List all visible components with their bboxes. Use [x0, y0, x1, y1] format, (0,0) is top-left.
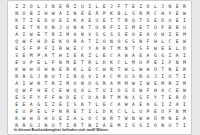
grid-cell-r17c9: A — [71, 115, 78, 122]
grid-cell-r10c24: R — [181, 66, 188, 73]
grid-cell-r8c4: P — [35, 52, 42, 59]
grid-cell-r8c24: I — [181, 52, 188, 59]
grid-cell-r15c11: T — [86, 101, 93, 108]
grid-cell-r12c9: O — [71, 80, 78, 87]
grid-cell-r13c23: E — [174, 87, 181, 94]
grid-cell-r11c13: A — [101, 73, 108, 80]
grid-cell-r8c20: G — [152, 52, 159, 59]
grid-cell-r1c15: F — [115, 3, 122, 10]
grid-cell-r13c18: W — [137, 87, 144, 94]
grid-cell-r6c8: O — [64, 38, 71, 45]
grid-cell-r14c7: W — [57, 94, 64, 101]
grid-cell-r12c11: O — [86, 80, 93, 87]
grid-cell-r16c14: K — [108, 108, 115, 115]
grid-cell-r1c22: N — [166, 3, 173, 10]
grid-cell-r9c15: C — [115, 59, 122, 66]
grid-cell-r4c1: E — [13, 24, 20, 31]
grid-cell-r1c7: E — [57, 3, 64, 10]
grid-cell-r15c10: K — [79, 101, 86, 108]
grid-cell-r6c18: N — [137, 38, 144, 45]
grid-cell-r4c9: N — [71, 24, 78, 31]
grid-cell-r8c18: E — [137, 52, 144, 59]
grid-cell-r9c1: E — [13, 59, 20, 66]
grid-cell-r14c1: E — [13, 94, 20, 101]
grid-cell-r5c1: A — [13, 31, 20, 38]
grid-cell-r10c2: W — [20, 66, 27, 73]
grid-cell-r17c1: K — [13, 115, 20, 122]
grid-cell-r15c12: L — [93, 101, 100, 108]
grid-cell-r7c21: E — [159, 45, 166, 52]
grid-cell-r2c24: W — [181, 10, 188, 17]
grid-cell-r4c23: B — [174, 24, 181, 31]
grid-cell-r8c15: A — [115, 52, 122, 59]
grid-cell-r3c8: I — [64, 17, 71, 24]
grid-cell-r3c12: U — [93, 17, 100, 24]
grid-cell-r8c8: I — [64, 52, 71, 59]
grid-cell-r3c1: K — [13, 17, 20, 24]
grid-cell-r1c12: L — [93, 3, 100, 10]
grid-cell-r2c22: Y — [166, 10, 173, 17]
grid-cell-r13c3: F — [28, 87, 35, 94]
grid-cell-r1c23: E — [174, 3, 181, 10]
grid-cell-r9c24: M — [181, 59, 188, 66]
grid-cell-r14c15: M — [115, 94, 122, 101]
puzzle-caption: In diesem Buchstabengitter befinden sich… — [14, 128, 109, 132]
grid-cell-r8c1: S — [13, 52, 20, 59]
grid-cell-r5c10: N — [79, 31, 86, 38]
grid-cell-r5c22: I — [166, 31, 173, 38]
grid-cell-r17c18: W — [137, 115, 144, 122]
grid-cell-r2c19: M — [144, 10, 151, 17]
grid-cell-r5c20: X — [152, 31, 159, 38]
grid-cell-r11c23: T — [174, 73, 181, 80]
grid-cell-r11c11: V — [86, 73, 93, 80]
grid-cell-r5c18: E — [137, 31, 144, 38]
grid-cell-r10c15: T — [115, 66, 122, 73]
grid-cell-r12c7: Z — [57, 80, 64, 87]
grid-cell-r7c23: L — [174, 45, 181, 52]
grid-cell-r1c21: J — [159, 3, 166, 10]
grid-cell-r17c20: Ü — [152, 115, 159, 122]
grid-cell-r7c22: E — [166, 45, 173, 52]
grid-cell-r7c5: F — [42, 45, 49, 52]
grid-cell-r10c11: E — [86, 66, 93, 73]
grid-cell-r16c9: E — [71, 108, 78, 115]
grid-cell-r18c14: E — [108, 122, 115, 129]
grid-cell-r10c9: K — [71, 66, 78, 73]
grid-cell-r9c10: T — [79, 59, 86, 66]
grid-cell-r15c24: I — [181, 101, 188, 108]
grid-cell-r17c5: H — [42, 115, 49, 122]
grid-cell-r5c9: A — [71, 31, 78, 38]
grid-cell-r17c23: E — [174, 115, 181, 122]
grid-cell-r17c13: W — [101, 115, 108, 122]
grid-cell-r5c12: S — [93, 31, 100, 38]
grid-cell-r6c16: G — [122, 38, 129, 45]
grid-cell-r15c19: A — [144, 101, 151, 108]
grid-cell-r14c14: T — [108, 94, 115, 101]
grid-cell-r7c8: W — [64, 45, 71, 52]
grid-cell-r10c5: H — [42, 66, 49, 73]
grid-cell-r12c17: W — [130, 80, 137, 87]
grid-cell-r13c22: C — [166, 87, 173, 94]
grid-cell-r16c16: L — [122, 108, 129, 115]
grid-cell-r8c16: W — [122, 52, 129, 59]
grid-cell-r4c22: B — [166, 24, 173, 31]
grid-cell-r6c4: H — [35, 38, 42, 45]
grid-cell-r12c24: M — [181, 80, 188, 87]
grid-cell-r1c4: L — [35, 3, 42, 10]
grid-cell-r6c6: E — [49, 38, 56, 45]
grid-cell-r1c19: O — [144, 3, 151, 10]
grid-cell-r7c15: M — [115, 45, 122, 52]
grid-cell-r9c23: N — [174, 59, 181, 66]
grid-cell-r1c8: R — [64, 3, 71, 10]
grid-cell-r7c24: D — [181, 45, 188, 52]
grid-cell-r14c18: S — [137, 94, 144, 101]
grid-cell-r10c18: W — [137, 66, 144, 73]
grid-cell-r18c21: N — [159, 122, 166, 129]
grid-cell-r4c11: T — [86, 24, 93, 31]
grid-cell-r10c19: H — [144, 66, 151, 73]
grid-cell-r3c16: R — [122, 17, 129, 24]
grid-cell-r11c14: C — [108, 73, 115, 80]
grid-cell-r13c15: O — [115, 87, 122, 94]
grid-cell-r4c20: U — [152, 24, 159, 31]
grid-cell-r13c8: W — [64, 87, 71, 94]
grid-cell-r13c14: I — [108, 87, 115, 94]
grid-cell-r6c5: D — [42, 38, 49, 45]
grid-cell-r13c6: C — [49, 87, 56, 94]
grid-cell-r1c2: Z — [20, 3, 27, 10]
grid-cell-r3c6: U — [49, 17, 56, 24]
grid-cell-r10c22: N — [166, 66, 173, 73]
grid-cell-r16c12: L — [93, 108, 100, 115]
grid-cell-r14c12: A — [93, 94, 100, 101]
grid-cell-r11c2: R — [20, 73, 27, 80]
grid-cell-r12c6: R — [49, 80, 56, 87]
puzzle-page: ZZOLJNERZUILEJFTEZOLJNERNOBZHWAINEEÄPKBL… — [7, 0, 192, 135]
grid-cell-r12c23: Z — [174, 80, 181, 87]
grid-cell-r8c23: A — [174, 52, 181, 59]
grid-cell-r14c6: F — [49, 94, 56, 101]
grid-cell-r5c11: V — [86, 31, 93, 38]
grid-cell-r3c14: T — [108, 17, 115, 24]
grid-cell-r5c23: E — [174, 31, 181, 38]
grid-cell-r12c21: M — [159, 80, 166, 87]
grid-cell-r6c14: N — [108, 38, 115, 45]
grid-cell-r15c7: E — [57, 101, 64, 108]
grid-cell-r15c18: E — [137, 101, 144, 108]
grid-cell-r17c17: N — [130, 115, 137, 122]
grid-cell-r11c21: I — [159, 73, 166, 80]
grid-cell-r14c24: Ö — [181, 94, 188, 101]
grid-cell-r14c11: U — [86, 94, 93, 101]
grid-cell-r13c11: L — [86, 87, 93, 94]
grid-cell-r12c4: R — [35, 80, 42, 87]
grid-cell-r7c2: S — [20, 45, 27, 52]
grid-cell-r5c21: H — [159, 31, 166, 38]
grid-cell-r9c9: E — [71, 59, 78, 66]
grid-cell-r9c4: E — [35, 59, 42, 66]
grid-cell-r16c24: M — [181, 108, 188, 115]
grid-cell-r2c6: W — [49, 10, 56, 17]
grid-cell-r2c9: N — [71, 10, 78, 17]
grid-cell-r5c2: I — [20, 31, 27, 38]
grid-cell-r16c7: N — [57, 108, 64, 115]
grid-cell-r14c10: C — [79, 94, 86, 101]
grid-cell-r9c11: R — [86, 59, 93, 66]
grid-cell-r4c15: I — [115, 24, 122, 31]
grid-cell-r10c16: W — [122, 66, 129, 73]
grid-cell-r17c6: U — [49, 115, 56, 122]
grid-cell-r17c22: N — [166, 115, 173, 122]
grid-cell-r1c20: L — [152, 3, 159, 10]
grid-cell-r18c19: I — [144, 122, 151, 129]
grid-cell-r6c22: C — [166, 38, 173, 45]
grid-cell-r4c24: U — [181, 24, 188, 31]
grid-cell-r10c3: H — [28, 66, 35, 73]
grid-cell-r17c2: W — [20, 115, 27, 122]
grid-cell-r13c7: E — [57, 87, 64, 94]
grid-cell-r14c23: R — [174, 94, 181, 101]
grid-cell-r1c1: Z — [13, 3, 20, 10]
grid-cell-r16c10: T — [79, 108, 86, 115]
grid-cell-r12c18: I — [137, 80, 144, 87]
grid-cell-r8c3: M — [28, 52, 35, 59]
grid-cell-r15c3: A — [28, 101, 35, 108]
grid-cell-r12c2: I — [20, 80, 27, 87]
grid-cell-r15c5: I — [42, 101, 49, 108]
grid-cell-r5c14: S — [108, 31, 115, 38]
grid-cell-r7c11: Y — [86, 45, 93, 52]
grid-cell-r1c14: J — [108, 3, 115, 10]
grid-cell-r9c17: M — [130, 59, 137, 66]
grid-cell-r4c7: J — [57, 24, 64, 31]
grid-cell-r3c2: T — [20, 17, 27, 24]
grid-cell-r5c16: E — [122, 31, 129, 38]
grid-cell-r7c4: P — [35, 45, 42, 52]
grid-cell-r2c20: C — [152, 10, 159, 17]
grid-cell-r7c7: R — [57, 45, 64, 52]
grid-cell-r2c21: H — [159, 10, 166, 17]
grid-cell-r14c2: S — [20, 94, 27, 101]
grid-cell-r9c8: M — [64, 59, 71, 66]
grid-cell-r6c1: Q — [13, 38, 20, 45]
grid-cell-r2c3: B — [28, 10, 35, 17]
grid-cell-r1c18: Z — [137, 3, 144, 10]
grid-cell-r12c15: M — [115, 80, 122, 87]
grid-cell-r2c18: R — [137, 10, 144, 17]
grid-cell-r11c9: R — [71, 73, 78, 80]
grid-cell-r12c12: G — [93, 80, 100, 87]
grid-cell-r16c3: P — [28, 108, 35, 115]
grid-cell-r10c21: T — [159, 66, 166, 73]
grid-cell-r4c4: K — [35, 24, 42, 31]
grid-cell-r11c16: U — [122, 73, 129, 80]
grid-cell-r3c5: D — [42, 17, 49, 24]
grid-cell-r7c12: A — [93, 45, 100, 52]
grid-cell-r17c11: O — [86, 115, 93, 122]
grid-cell-r15c15: A — [115, 101, 122, 108]
grid-cell-r11c1: R — [13, 73, 20, 80]
grid-cell-r8c22: Z — [166, 52, 173, 59]
grid-cell-r10c8: R — [64, 66, 71, 73]
grid-cell-r12c22: R — [166, 80, 173, 87]
grid-cell-r11c8: I — [64, 73, 71, 80]
grid-cell-r9c22: F — [166, 59, 173, 66]
grid-cell-r11c20: J — [152, 73, 159, 80]
grid-cell-r6c9: R — [71, 38, 78, 45]
grid-cell-r7c13: R — [101, 45, 108, 52]
grid-cell-r16c17: L — [130, 108, 137, 115]
grid-cell-r13c12: T — [93, 87, 100, 94]
grid-cell-r4c10: K — [79, 24, 86, 31]
grid-cell-r8c12: L — [93, 52, 100, 59]
grid-cell-r11c4: J — [35, 73, 42, 80]
grid-cell-r14c3: F — [28, 94, 35, 101]
grid-cell-r4c17: M — [130, 24, 137, 31]
grid-cell-r11c18: R — [137, 73, 144, 80]
grid-cell-r6c7: K — [57, 38, 64, 45]
grid-cell-r2c23: E — [174, 10, 181, 17]
grid-cell-r18c18: S — [137, 122, 144, 129]
grid-cell-r9c5: L — [42, 59, 49, 66]
grid-cell-r18c16: I — [122, 122, 129, 129]
grid-cell-r3c22: U — [166, 17, 173, 24]
grid-cell-r8c19: A — [144, 52, 151, 59]
grid-cell-r6c15: O — [115, 38, 122, 45]
grid-cell-r13c10: O — [79, 87, 86, 94]
grid-cell-r4c13: R — [101, 24, 108, 31]
grid-cell-r12c8: M — [64, 80, 71, 87]
grid-cell-r3c7: E — [57, 17, 64, 24]
grid-cell-r18c22: U — [166, 122, 173, 129]
grid-cell-r9c16: L — [122, 59, 129, 66]
grid-cell-r6c3: F — [28, 38, 35, 45]
grid-cell-r13c9: Q — [71, 87, 78, 94]
grid-cell-r16c6: F — [49, 108, 56, 115]
grid-cell-r13c1: Q — [13, 87, 20, 94]
grid-cell-r7c18: S — [137, 45, 144, 52]
grid-cell-r2c17: S — [130, 10, 137, 17]
grid-cell-r17c21: M — [159, 115, 166, 122]
grid-cell-r3c23: E — [174, 17, 181, 24]
grid-cell-r4c16: I — [122, 24, 129, 31]
grid-cell-r4c12: U — [93, 24, 100, 31]
grid-cell-r5c5: T — [42, 31, 49, 38]
grid-cell-r7c6: I — [49, 45, 56, 52]
grid-cell-r9c21: I — [159, 59, 166, 66]
grid-cell-r1c9: Z — [71, 3, 78, 10]
grid-cell-r13c24: W — [181, 87, 188, 94]
grid-cell-r17c12: C — [93, 115, 100, 122]
grid-cell-r11c24: I — [181, 73, 188, 80]
grid-cell-r1c6: N — [49, 3, 56, 10]
grid-cell-r9c2: U — [20, 59, 27, 66]
grid-cell-r14c21: T — [159, 94, 166, 101]
grid-cell-r15c8: I — [64, 101, 71, 108]
grid-cell-r1c16: T — [122, 3, 129, 10]
grid-cell-r15c6: Z — [49, 101, 56, 108]
grid-cell-r3c11: E — [86, 17, 93, 24]
grid-cell-r12c1: A — [13, 80, 20, 87]
grid-cell-r14c13: R — [101, 94, 108, 101]
grid-cell-r9c3: P — [28, 59, 35, 66]
grid-cell-r13c17: S — [130, 87, 137, 94]
grid-cell-r2c5: H — [42, 10, 49, 17]
grid-cell-r2c10: E — [79, 10, 86, 17]
grid-cell-r12c5: T — [42, 80, 49, 87]
grid-cell-r9c19: P — [144, 59, 151, 66]
grid-cell-r16c5: L — [42, 108, 49, 115]
grid-cell-r14c4: Y — [35, 94, 42, 101]
grid-cell-r16c20: E — [152, 108, 159, 115]
grid-cell-r11c3: G — [28, 73, 35, 80]
grid-cell-r7c9: E — [71, 45, 78, 52]
grid-cell-r3c18: T — [137, 17, 144, 24]
grid-cell-r10c14: R — [108, 66, 115, 73]
grid-cell-r4c18: E — [137, 24, 144, 31]
grid-cell-r16c22: F — [166, 108, 173, 115]
grid-cell-r7c16: N — [122, 45, 129, 52]
grid-cell-r6c21: L — [159, 38, 166, 45]
grid-cell-r16c4: E — [35, 108, 42, 115]
grid-cell-r15c14: C — [108, 101, 115, 108]
grid-cell-r6c13: O — [101, 38, 108, 45]
grid-cell-r5c13: G — [101, 31, 108, 38]
grid-cell-r18c24: I — [181, 122, 188, 129]
grid-cell-r7c17: T — [130, 45, 137, 52]
grid-cell-r5c19: A — [144, 31, 151, 38]
grid-cell-r14c5: F — [42, 94, 49, 101]
grid-cell-r16c15: C — [115, 108, 122, 115]
grid-cell-r17c7: E — [57, 115, 64, 122]
grid-cell-r14c20: Y — [152, 94, 159, 101]
grid-cell-r15c23: A — [174, 101, 181, 108]
grid-cell-r8c2: E — [20, 52, 27, 59]
grid-cell-r4c3: T — [28, 24, 35, 31]
grid-cell-r8c5: A — [42, 52, 49, 59]
grid-cell-r11c6: U — [49, 73, 56, 80]
grid-cell-r5c17: O — [130, 31, 137, 38]
grid-cell-r17c24: A — [181, 115, 188, 122]
grid-cell-r6c12: I — [93, 38, 100, 45]
grid-cell-r10c17: L — [130, 66, 137, 73]
grid-cell-r10c6: N — [49, 66, 56, 73]
grid-cell-r2c12: Ä — [93, 10, 100, 17]
grid-cell-r9c12: L — [93, 59, 100, 66]
grid-cell-r5c6: R — [49, 31, 56, 38]
grid-cell-r15c1: E — [13, 101, 20, 108]
grid-cell-r8c13: E — [101, 52, 108, 59]
grid-cell-r13c21: A — [159, 87, 166, 94]
grid-cell-r13c5: E — [42, 87, 49, 94]
grid-cell-r4c8: U — [64, 24, 71, 31]
grid-cell-r3c15: T — [115, 17, 122, 24]
grid-cell-r1c24: R — [181, 3, 188, 10]
grid-cell-r3c13: E — [101, 17, 108, 24]
grid-cell-r8c11: Z — [86, 52, 93, 59]
grid-cell-r17c4: Ü — [35, 115, 42, 122]
grid-cell-r10c23: E — [174, 66, 181, 73]
grid-cell-r15c16: W — [122, 101, 129, 108]
grid-cell-r16c18: U — [137, 108, 144, 115]
grid-cell-r11c22: U — [166, 73, 173, 80]
grid-cell-r15c17: A — [130, 101, 137, 108]
grid-cell-r1c3: O — [28, 3, 35, 10]
grid-cell-r15c22: Z — [166, 101, 173, 108]
